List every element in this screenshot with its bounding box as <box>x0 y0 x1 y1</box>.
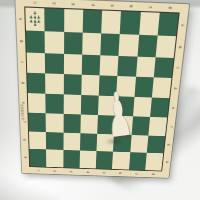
coordinate-label: h <box>23 156 27 158</box>
coordinate-label: a <box>18 17 22 20</box>
coordinate-label: 6 <box>129 5 133 8</box>
board-square[interactable] <box>152 78 172 99</box>
board-square[interactable] <box>27 52 46 74</box>
board-square[interactable] <box>101 11 121 34</box>
coordinate-label: 5 <box>102 172 106 174</box>
board-square[interactable] <box>46 132 63 150</box>
photo-scene: 12345678 12345678 abcdefgh abcdefgh ©CHE… <box>0 0 200 200</box>
board-square[interactable] <box>96 151 113 169</box>
board-square[interactable] <box>150 98 169 118</box>
coordinate-label: 3 <box>69 170 73 172</box>
board-square[interactable] <box>119 34 139 56</box>
board-square[interactable] <box>29 131 46 150</box>
coordinate-label: 4 <box>86 171 90 173</box>
board-square[interactable] <box>45 53 63 75</box>
board-square[interactable] <box>79 151 96 169</box>
coordinate-label: f <box>169 126 173 127</box>
board-square[interactable] <box>46 94 64 114</box>
coordinate-label: b <box>178 46 182 49</box>
coordinate-label: 1 <box>33 1 37 4</box>
board-square[interactable] <box>26 30 45 52</box>
board-square[interactable] <box>80 133 97 151</box>
board-square[interactable] <box>155 35 176 57</box>
board-square[interactable] <box>139 12 160 35</box>
board-square[interactable] <box>63 74 81 95</box>
board-square[interactable] <box>81 95 99 115</box>
coordinate-label: g <box>23 139 27 141</box>
board-square[interactable] <box>153 57 173 78</box>
board-square[interactable] <box>81 54 100 76</box>
board-square[interactable] <box>63 53 82 75</box>
board-square[interactable] <box>64 32 83 54</box>
coordinate-label: e <box>171 107 175 109</box>
coordinate-label: 7 <box>148 6 152 9</box>
coordinate-label: b <box>19 40 23 43</box>
board-square[interactable] <box>120 11 140 34</box>
board-square[interactable] <box>46 150 63 168</box>
board-square[interactable] <box>63 94 81 114</box>
board-square[interactable] <box>82 32 101 54</box>
coordinate-label: d <box>21 82 25 84</box>
board-square[interactable] <box>147 135 166 153</box>
board-square[interactable] <box>45 8 64 31</box>
brand-text: ©CHESS <box>20 93 26 132</box>
coordinate-label: 7 <box>135 173 139 175</box>
board-square[interactable] <box>28 112 46 131</box>
board-square[interactable] <box>133 97 152 117</box>
board-square[interactable] <box>63 132 80 150</box>
board-square[interactable] <box>100 33 120 55</box>
board-square[interactable] <box>145 153 163 171</box>
board-square[interactable] <box>63 114 80 133</box>
fabric-wrinkle <box>0 174 60 200</box>
board-square[interactable] <box>80 114 98 133</box>
board-square[interactable] <box>134 77 153 98</box>
board-square[interactable] <box>45 31 64 53</box>
board-square[interactable] <box>100 55 119 76</box>
board-square[interactable] <box>27 73 45 94</box>
board-square[interactable] <box>64 9 83 32</box>
board-square[interactable] <box>28 93 46 113</box>
coordinate-label: 1 <box>37 169 41 171</box>
coordinate-label: 2 <box>52 2 56 5</box>
coordinate-label: 4 <box>91 3 95 6</box>
board-square[interactable] <box>131 116 150 135</box>
coordinate-label: 8 <box>167 6 171 9</box>
board-square[interactable] <box>148 117 167 136</box>
coordinate-label: c <box>175 67 179 69</box>
board-square[interactable] <box>82 10 102 33</box>
coordinate-label: 2 <box>53 170 57 172</box>
board-square[interactable] <box>112 152 130 170</box>
board-square[interactable] <box>25 8 45 31</box>
coordinate-label: 3 <box>71 3 75 6</box>
board-grid <box>24 6 180 171</box>
board-square[interactable] <box>157 13 178 36</box>
board-square[interactable] <box>45 74 63 95</box>
coordinate-label: g <box>167 144 171 146</box>
board-square[interactable] <box>30 149 47 167</box>
board-square[interactable] <box>137 35 157 57</box>
coordinate-label: c <box>20 61 24 63</box>
coordinate-label: 8 <box>151 173 155 175</box>
coordinate-label: 5 <box>110 4 114 7</box>
board-square[interactable] <box>63 150 80 168</box>
board-square[interactable] <box>81 75 99 96</box>
board-square[interactable] <box>136 56 156 77</box>
board-square[interactable] <box>129 152 147 170</box>
coordinate-label: d <box>173 87 177 89</box>
board-square[interactable] <box>46 113 63 132</box>
coordinate-label: 6 <box>118 172 122 174</box>
board-square[interactable] <box>118 55 138 76</box>
coordinate-label: a <box>180 24 184 27</box>
coordinate-label: h <box>165 161 169 163</box>
